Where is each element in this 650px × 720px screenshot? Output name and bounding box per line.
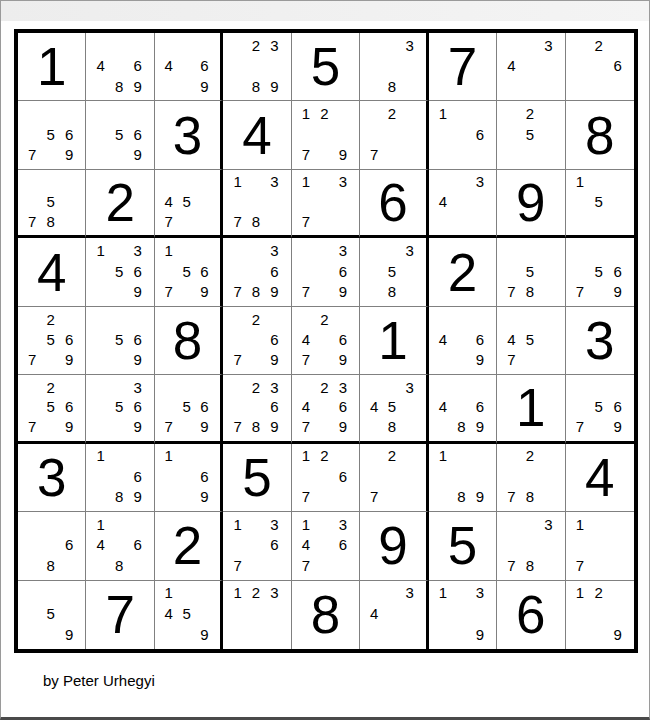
empty-candidate-slot — [228, 377, 246, 397]
pencil-marks: 27 — [360, 101, 425, 168]
cell-r1c2[interactable]: 4689 — [86, 33, 154, 101]
cell-r2c1[interactable]: 5679 — [18, 101, 86, 169]
candidate-digit: 2 — [383, 446, 401, 466]
empty-candidate-slot — [110, 309, 128, 329]
empty-candidate-slot — [452, 172, 470, 192]
cell-r7c7[interactable]: 189 — [429, 444, 497, 512]
candidate-digit: 2 — [247, 377, 265, 397]
empty-candidate-slot — [539, 103, 557, 123]
cell-r4c3[interactable]: 15679 — [155, 238, 223, 306]
cell-r9c6[interactable]: 34 — [360, 581, 428, 649]
empty-candidate-slot — [315, 124, 333, 144]
empty-candidate-slot — [247, 514, 265, 534]
empty-candidate-slot — [228, 329, 246, 349]
candidate-digit: 3 — [471, 583, 489, 604]
candidate-digit: 5 — [589, 261, 608, 281]
cell-r2c3[interactable]: 3 — [155, 101, 223, 169]
empty-candidate-slot — [196, 603, 214, 624]
empty-candidate-slot — [41, 350, 59, 370]
candidate-digit: 3 — [265, 35, 283, 55]
empty-candidate-slot — [315, 329, 333, 349]
empty-candidate-slot — [297, 377, 315, 397]
empty-candidate-slot — [315, 172, 333, 192]
candidate-digit: 4 — [91, 55, 109, 75]
cell-r9c5[interactable]: 8 — [292, 581, 360, 649]
empty-candidate-slot — [365, 446, 383, 466]
cell-r8c2[interactable]: 1468 — [86, 512, 154, 580]
pencil-marks: 234679 — [292, 375, 359, 440]
candidate-digit: 7 — [160, 417, 178, 437]
given-digit: 2 — [86, 170, 153, 235]
cell-r8c4[interactable]: 1367 — [223, 512, 291, 580]
cell-r7c9[interactable]: 4 — [566, 444, 634, 512]
pencil-marks: 25679 — [18, 307, 85, 374]
cell-r1c8[interactable]: 34 — [497, 33, 565, 101]
cell-r2c9[interactable]: 8 — [566, 101, 634, 169]
candidate-digit: 6 — [60, 535, 78, 555]
empty-candidate-slot — [539, 261, 557, 281]
empty-candidate-slot — [521, 309, 539, 329]
cell-r9c4[interactable]: 123 — [223, 581, 291, 649]
candidate-digit: 7 — [571, 281, 590, 301]
cell-r5c2[interactable]: 569 — [86, 307, 154, 375]
cell-r6c8[interactable]: 1 — [497, 375, 565, 443]
empty-candidate-slot — [383, 466, 401, 486]
candidate-digit: 5 — [110, 397, 128, 417]
cell-r4c8[interactable]: 578 — [497, 238, 565, 306]
cell-r1c9[interactable]: 26 — [566, 33, 634, 101]
candidate-digit: 4 — [365, 397, 383, 417]
cell-r2c7[interactable]: 16 — [429, 101, 497, 169]
empty-candidate-slot — [247, 555, 265, 575]
cell-r4c9[interactable]: 5679 — [566, 238, 634, 306]
empty-candidate-slot — [334, 192, 352, 212]
cell-r4c5[interactable]: 3679 — [292, 238, 360, 306]
candidate-digit: 2 — [315, 446, 333, 466]
empty-candidate-slot — [91, 35, 109, 55]
empty-candidate-slot — [571, 535, 590, 555]
cell-r7c4[interactable]: 5 — [223, 444, 291, 512]
empty-candidate-slot — [228, 397, 246, 417]
empty-candidate-slot — [110, 466, 128, 486]
empty-candidate-slot — [401, 466, 419, 486]
candidate-digit: 3 — [265, 172, 283, 192]
candidate-digit: 3 — [265, 583, 283, 604]
candidate-digit: 1 — [434, 446, 452, 466]
empty-candidate-slot — [521, 76, 539, 96]
candidate-digit: 9 — [128, 417, 146, 437]
empty-candidate-slot — [315, 281, 333, 301]
candidate-digit: 3 — [334, 240, 352, 260]
given-digit: 4 — [18, 238, 85, 305]
cell-r5c8[interactable]: 457 — [497, 307, 565, 375]
cell-r6c3[interactable]: 5679 — [155, 375, 223, 443]
empty-candidate-slot — [297, 124, 315, 144]
cell-r3c4[interactable]: 1378 — [223, 170, 291, 238]
cell-r3c7[interactable]: 34 — [429, 170, 497, 238]
cell-r8c1[interactable]: 68 — [18, 512, 86, 580]
empty-candidate-slot — [110, 514, 128, 534]
empty-candidate-slot — [571, 35, 590, 55]
empty-candidate-slot — [608, 192, 627, 212]
empty-candidate-slot — [502, 240, 520, 260]
empty-candidate-slot — [23, 377, 41, 397]
empty-candidate-slot — [571, 261, 590, 281]
candidate-digit: 7 — [297, 144, 315, 164]
cell-r8c3[interactable]: 2 — [155, 512, 223, 580]
cell-r5c3[interactable]: 8 — [155, 307, 223, 375]
empty-candidate-slot — [265, 624, 283, 645]
cell-r7c6[interactable]: 27 — [360, 444, 428, 512]
candidate-digit: 7 — [228, 212, 246, 232]
cell-r4c4[interactable]: 36789 — [223, 238, 291, 306]
candidate-digit: 5 — [110, 261, 128, 281]
candidate-digit: 8 — [41, 212, 59, 232]
empty-candidate-slot — [91, 397, 109, 417]
cell-r3c6[interactable]: 6 — [360, 170, 428, 238]
empty-candidate-slot — [502, 124, 520, 144]
empty-candidate-slot — [539, 350, 557, 370]
candidate-digit: 1 — [91, 240, 109, 260]
empty-candidate-slot — [434, 144, 452, 164]
candidate-digit: 9 — [128, 281, 146, 301]
empty-candidate-slot — [539, 329, 557, 349]
empty-candidate-slot — [265, 555, 283, 575]
empty-candidate-slot — [60, 309, 78, 329]
candidate-digit: 1 — [297, 103, 315, 123]
empty-candidate-slot — [502, 103, 520, 123]
empty-candidate-slot — [247, 624, 265, 645]
candidate-digit: 2 — [521, 446, 539, 466]
cell-r2c2[interactable]: 569 — [86, 101, 154, 169]
empty-candidate-slot — [452, 603, 470, 624]
cell-r3c2[interactable]: 2 — [86, 170, 154, 238]
candidate-digit: 9 — [196, 487, 214, 507]
empty-candidate-slot — [521, 350, 539, 370]
cell-r3c1[interactable]: 578 — [18, 170, 86, 238]
pencil-marks: 5679 — [155, 375, 220, 440]
candidate-digit: 5 — [178, 192, 196, 212]
cell-r9c7[interactable]: 139 — [429, 581, 497, 649]
candidate-digit: 6 — [60, 124, 78, 144]
empty-candidate-slot — [452, 624, 470, 645]
empty-candidate-slot — [365, 583, 383, 604]
candidate-digit: 9 — [265, 281, 283, 301]
pencil-marks: 15 — [566, 170, 634, 235]
empty-candidate-slot — [228, 624, 246, 645]
empty-candidate-slot — [41, 535, 59, 555]
empty-candidate-slot — [23, 514, 41, 534]
cell-r8c7[interactable]: 5 — [429, 512, 497, 580]
pencil-marks: 129 — [566, 581, 634, 649]
empty-candidate-slot — [265, 192, 283, 212]
cell-r3c5[interactable]: 137 — [292, 170, 360, 238]
candidate-digit: 1 — [571, 172, 590, 192]
cell-r8c6[interactable]: 9 — [360, 512, 428, 580]
candidate-digit: 8 — [247, 212, 265, 232]
candidate-digit: 8 — [383, 417, 401, 437]
candidate-digit: 9 — [128, 350, 146, 370]
empty-candidate-slot — [571, 624, 590, 645]
cell-r6c5[interactable]: 234679 — [292, 375, 360, 443]
empty-candidate-slot — [41, 103, 59, 123]
empty-candidate-slot — [452, 377, 470, 397]
given-digit: 9 — [497, 170, 564, 235]
empty-candidate-slot — [571, 603, 590, 624]
empty-candidate-slot — [91, 329, 109, 349]
empty-candidate-slot — [91, 103, 109, 123]
empty-candidate-slot — [160, 377, 178, 397]
empty-candidate-slot — [128, 103, 146, 123]
empty-candidate-slot — [383, 55, 401, 75]
cell-r2c4[interactable]: 4 — [223, 101, 291, 169]
empty-candidate-slot — [571, 55, 590, 75]
candidate-digit: 4 — [502, 55, 520, 75]
empty-candidate-slot — [571, 240, 590, 260]
cell-r6c6[interactable]: 3458 — [360, 375, 428, 443]
candidate-digit: 4 — [434, 397, 452, 417]
empty-candidate-slot — [228, 309, 246, 329]
empty-candidate-slot — [383, 240, 401, 260]
empty-candidate-slot — [452, 329, 470, 349]
pencil-marks: 25679 — [18, 375, 85, 440]
empty-candidate-slot — [521, 144, 539, 164]
empty-candidate-slot — [23, 192, 41, 212]
candidate-digit: 2 — [315, 103, 333, 123]
cell-r5c5[interactable]: 24679 — [292, 307, 360, 375]
empty-candidate-slot — [247, 603, 265, 624]
cell-r5c6[interactable]: 1 — [360, 307, 428, 375]
empty-candidate-slot — [41, 417, 59, 437]
candidate-digit: 2 — [521, 103, 539, 123]
empty-candidate-slot — [178, 417, 196, 437]
candidate-digit: 7 — [502, 281, 520, 301]
cell-r9c9[interactable]: 129 — [566, 581, 634, 649]
candidate-digit: 6 — [265, 397, 283, 417]
candidate-digit: 6 — [128, 55, 146, 75]
cell-r7c2[interactable]: 1689 — [86, 444, 154, 512]
pencil-marks: 5679 — [566, 238, 634, 305]
empty-candidate-slot — [23, 555, 41, 575]
cell-r1c3[interactable]: 469 — [155, 33, 223, 101]
cell-r3c8[interactable]: 9 — [497, 170, 565, 238]
empty-candidate-slot — [589, 624, 608, 645]
cell-r2c6[interactable]: 27 — [360, 101, 428, 169]
candidate-digit: 5 — [178, 397, 196, 417]
candidate-digit: 9 — [265, 350, 283, 370]
empty-candidate-slot — [178, 281, 196, 301]
candidate-digit: 6 — [196, 55, 214, 75]
empty-candidate-slot — [608, 240, 627, 260]
empty-candidate-slot — [608, 172, 627, 192]
candidate-digit: 6 — [334, 535, 352, 555]
empty-candidate-slot — [91, 466, 109, 486]
candidate-digit: 9 — [60, 417, 78, 437]
pencil-marks: 16 — [429, 101, 496, 168]
pencil-marks: 278 — [497, 444, 564, 511]
cell-r1c7[interactable]: 7 — [429, 33, 497, 101]
empty-candidate-slot — [471, 603, 489, 624]
cell-r4c2[interactable]: 13569 — [86, 238, 154, 306]
pencil-marks: 169 — [155, 444, 220, 511]
pencil-marks: 27 — [360, 444, 425, 511]
candidate-digit: 4 — [365, 603, 383, 624]
empty-candidate-slot — [452, 212, 470, 232]
pencil-marks: 5679 — [566, 375, 634, 440]
cell-r1c4[interactable]: 2389 — [223, 33, 291, 101]
empty-candidate-slot — [247, 535, 265, 555]
candidate-digit: 8 — [247, 417, 265, 437]
empty-candidate-slot — [608, 212, 627, 232]
empty-candidate-slot — [247, 261, 265, 281]
empty-candidate-slot — [91, 377, 109, 397]
cell-r9c3[interactable]: 1459 — [155, 581, 223, 649]
candidate-digit: 1 — [228, 514, 246, 534]
cell-r6c2[interactable]: 3569 — [86, 375, 154, 443]
cell-r4c7[interactable]: 2 — [429, 238, 497, 306]
empty-candidate-slot — [365, 124, 383, 144]
empty-candidate-slot — [23, 103, 41, 123]
empty-candidate-slot — [471, 192, 489, 212]
candidate-digit: 7 — [160, 212, 178, 232]
puzzle-author-credit: by Peter Urhegyi — [43, 672, 155, 689]
cell-r2c8[interactable]: 25 — [497, 101, 565, 169]
empty-candidate-slot — [160, 261, 178, 281]
candidate-digit: 6 — [334, 397, 352, 417]
candidate-digit: 2 — [315, 377, 333, 397]
empty-candidate-slot — [452, 309, 470, 329]
pencil-marks: 17 — [566, 512, 634, 579]
candidate-digit: 5 — [521, 124, 539, 144]
cell-r5c9[interactable]: 3 — [566, 307, 634, 375]
cell-r6c4[interactable]: 236789 — [223, 375, 291, 443]
candidate-digit: 9 — [471, 350, 489, 370]
cell-r6c9[interactable]: 5679 — [566, 375, 634, 443]
cell-r7c3[interactable]: 169 — [155, 444, 223, 512]
empty-candidate-slot — [91, 124, 109, 144]
candidate-digit: 6 — [128, 466, 146, 486]
empty-candidate-slot — [365, 624, 383, 645]
cell-r2c5[interactable]: 1279 — [292, 101, 360, 169]
empty-candidate-slot — [247, 329, 265, 349]
pencil-marks: 38 — [360, 33, 425, 100]
candidate-digit: 8 — [521, 281, 539, 301]
empty-candidate-slot — [383, 603, 401, 624]
empty-candidate-slot — [571, 397, 590, 417]
empty-candidate-slot — [401, 124, 419, 144]
empty-candidate-slot — [247, 350, 265, 370]
cell-r8c9[interactable]: 17 — [566, 512, 634, 580]
cell-r8c8[interactable]: 378 — [497, 512, 565, 580]
cell-r9c2[interactable]: 7 — [86, 581, 154, 649]
given-digit: 6 — [497, 581, 564, 649]
candidate-digit: 7 — [297, 281, 315, 301]
empty-candidate-slot — [471, 144, 489, 164]
empty-candidate-slot — [315, 144, 333, 164]
empty-candidate-slot — [502, 144, 520, 164]
empty-candidate-slot — [178, 487, 196, 507]
cell-r3c3[interactable]: 457 — [155, 170, 223, 238]
cell-r7c1[interactable]: 3 — [18, 444, 86, 512]
cell-r1c6[interactable]: 38 — [360, 33, 428, 101]
empty-candidate-slot — [228, 192, 246, 212]
cell-r4c6[interactable]: 358 — [360, 238, 428, 306]
empty-candidate-slot — [539, 535, 557, 555]
empty-candidate-slot — [334, 124, 352, 144]
cell-r4c1[interactable]: 4 — [18, 238, 86, 306]
cell-r5c1[interactable]: 25679 — [18, 307, 86, 375]
candidate-digit: 6 — [196, 261, 214, 281]
empty-candidate-slot — [196, 172, 214, 192]
cell-r7c8[interactable]: 278 — [497, 444, 565, 512]
cell-r7c5[interactable]: 1267 — [292, 444, 360, 512]
candidate-digit: 8 — [110, 487, 128, 507]
empty-candidate-slot — [589, 555, 608, 575]
candidate-digit: 2 — [247, 35, 265, 55]
candidate-digit: 7 — [23, 350, 41, 370]
candidate-digit: 9 — [128, 144, 146, 164]
empty-candidate-slot — [589, 76, 608, 96]
empty-candidate-slot — [608, 583, 627, 604]
empty-candidate-slot — [452, 103, 470, 123]
pencil-marks: 137 — [292, 170, 359, 235]
pencil-marks: 1267 — [292, 444, 359, 511]
candidate-digit: 5 — [589, 397, 608, 417]
empty-candidate-slot — [315, 514, 333, 534]
cell-r1c1[interactable]: 1 — [18, 33, 86, 101]
given-digit: 1 — [497, 375, 564, 440]
empty-candidate-slot — [401, 603, 419, 624]
candidate-digit: 7 — [365, 487, 383, 507]
empty-candidate-slot — [228, 76, 246, 96]
cell-r5c4[interactable]: 2679 — [223, 307, 291, 375]
candidate-digit: 8 — [521, 555, 539, 575]
cell-r3c9[interactable]: 15 — [566, 170, 634, 238]
candidate-digit: 8 — [452, 487, 470, 507]
cell-r1c5[interactable]: 5 — [292, 33, 360, 101]
candidate-digit: 9 — [60, 624, 78, 645]
empty-candidate-slot — [502, 261, 520, 281]
candidate-digit: 9 — [60, 350, 78, 370]
candidate-digit: 7 — [23, 417, 41, 437]
empty-candidate-slot — [471, 212, 489, 232]
cell-r9c1[interactable]: 59 — [18, 581, 86, 649]
empty-candidate-slot — [434, 172, 452, 192]
candidate-digit: 9 — [471, 417, 489, 437]
cell-r8c5[interactable]: 13467 — [292, 512, 360, 580]
cell-r6c7[interactable]: 4689 — [429, 375, 497, 443]
pencil-marks: 1459 — [155, 581, 220, 649]
pencil-marks: 2389 — [223, 33, 290, 100]
empty-candidate-slot — [110, 144, 128, 164]
empty-candidate-slot — [228, 603, 246, 624]
cell-r5c7[interactable]: 469 — [429, 307, 497, 375]
candidate-digit: 1 — [228, 583, 246, 604]
pencil-marks: 36789 — [223, 238, 290, 305]
cell-r9c8[interactable]: 6 — [497, 581, 565, 649]
empty-candidate-slot — [539, 144, 557, 164]
empty-candidate-slot — [401, 446, 419, 466]
empty-candidate-slot — [608, 535, 627, 555]
candidate-digit: 9 — [128, 487, 146, 507]
candidate-digit: 4 — [297, 397, 315, 417]
given-digit: 5 — [223, 444, 290, 511]
empty-candidate-slot — [110, 535, 128, 555]
empty-candidate-slot — [91, 76, 109, 96]
empty-candidate-slot — [571, 76, 590, 96]
cell-r6c1[interactable]: 25679 — [18, 375, 86, 443]
candidate-digit: 9 — [265, 76, 283, 96]
